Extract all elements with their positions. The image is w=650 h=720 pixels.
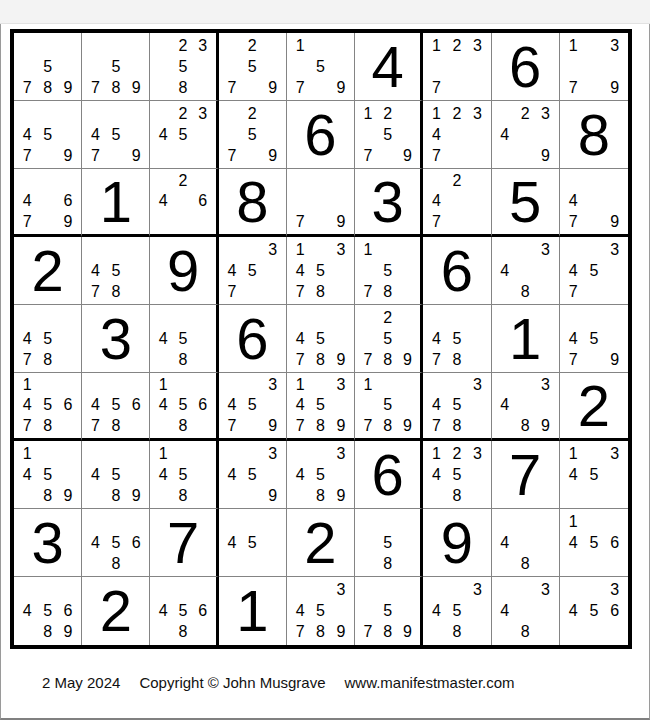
cell-r7c6[interactable]: 6 <box>355 441 423 509</box>
candidate-slot <box>584 579 605 600</box>
candidate-slot <box>58 416 78 436</box>
candidate-slot <box>535 532 555 553</box>
cell-r6c7[interactable]: 34578 <box>423 373 491 441</box>
cell-r2c2[interactable]: 4579 <box>82 101 150 169</box>
candidate-digit: 8 <box>173 416 193 436</box>
candidate-slot <box>398 260 418 281</box>
candidate-digit: 8 <box>37 77 57 98</box>
cell-r2c3[interactable]: 2345 <box>150 101 218 169</box>
candidate-slot <box>262 553 282 574</box>
candidate-digit: 7 <box>426 145 446 166</box>
candidate-digit: 4 <box>426 600 446 621</box>
candidate-slot <box>106 443 126 464</box>
candidate-digit: 8 <box>173 622 193 643</box>
candidate-slot <box>126 239 146 260</box>
candidate-slot <box>535 281 555 302</box>
candidate-digit: 2 <box>447 171 467 191</box>
candidate-slot <box>222 103 242 124</box>
candidate-digit: 5 <box>37 464 57 485</box>
candidate-digit: 1 <box>426 103 446 124</box>
candidate-digit: 4 <box>17 464 37 485</box>
cell-r3c6[interactable]: 3 <box>355 169 423 237</box>
candidate-digit: 9 <box>262 485 282 506</box>
solved-digit: 6 <box>287 101 354 168</box>
candidate-digit: 5 <box>106 260 126 281</box>
candidate-digit: 5 <box>37 600 57 621</box>
candidate-digit: 4 <box>222 395 242 415</box>
cell-r2c5[interactable]: 6 <box>287 101 355 169</box>
candidates-grid: 479 <box>560 169 628 234</box>
candidate-slot <box>447 212 467 232</box>
candidate-slot <box>193 56 213 77</box>
cell-r2c7[interactable]: 12347 <box>423 101 491 169</box>
candidate-digit: 5 <box>378 260 398 281</box>
candidate-slot <box>262 395 282 415</box>
candidate-slot <box>398 328 418 349</box>
candidate-slot <box>153 416 173 436</box>
candidate-slot <box>604 307 625 328</box>
candidate-slot <box>358 124 378 145</box>
cell-r9c9[interactable]: 3456 <box>560 577 628 645</box>
candidate-slot <box>604 511 625 532</box>
cell-r7c5[interactable]: 34589 <box>287 441 355 509</box>
candidate-slot <box>358 600 378 621</box>
cell-r5c9[interactable]: 4579 <box>560 305 628 373</box>
candidate-digit: 3 <box>331 579 351 600</box>
candidate-digit: 9 <box>331 349 351 370</box>
candidate-slot <box>222 35 242 56</box>
candidates-grid: 2349 <box>492 101 559 168</box>
candidate-slot <box>495 579 515 600</box>
cell-r4c6[interactable]: 1578 <box>355 237 423 305</box>
candidate-digit: 5 <box>584 260 605 281</box>
candidate-slot <box>467 416 487 436</box>
cell-r6c8[interactable]: 3489 <box>492 373 560 441</box>
candidate-slot <box>290 191 310 211</box>
candidate-digit: 7 <box>85 416 105 436</box>
candidate-digit: 4 <box>17 191 37 211</box>
candidate-slot <box>467 600 487 621</box>
candidate-digit: 9 <box>58 622 78 643</box>
candidates-grid: 4578 <box>14 305 81 372</box>
candidate-slot <box>447 191 467 211</box>
cell-r1c2[interactable]: 5789 <box>82 33 150 101</box>
cell-r6c5[interactable]: 1345789 <box>287 373 355 441</box>
cell-r3c8[interactable]: 5 <box>492 169 560 237</box>
candidates-grid: 34589 <box>287 441 354 508</box>
candidate-slot <box>495 239 515 260</box>
cell-r5c5[interactable]: 45789 <box>287 305 355 373</box>
candidate-digit: 7 <box>426 212 446 232</box>
solved-digit: 1 <box>492 305 559 372</box>
candidate-digit: 3 <box>467 443 487 464</box>
solved-digit: 4 <box>355 33 420 100</box>
candidate-slot <box>310 191 330 211</box>
cell-r6c1[interactable]: 145678 <box>14 373 82 441</box>
cell-r8c8[interactable]: 48 <box>492 509 560 577</box>
candidate-slot <box>467 171 487 191</box>
cell-r9c3[interactable]: 4568 <box>150 577 218 645</box>
candidates-grid: 4578 <box>82 237 149 304</box>
candidate-slot <box>331 328 351 349</box>
candidate-slot <box>58 464 78 485</box>
candidate-digit: 5 <box>37 56 57 77</box>
candidate-slot <box>378 145 398 166</box>
candidate-digit: 3 <box>193 103 213 124</box>
candidate-digit: 6 <box>58 191 78 211</box>
candidate-slot <box>467 145 487 166</box>
candidate-digit: 9 <box>604 77 625 98</box>
cell-r9c6[interactable]: 5789 <box>355 577 423 645</box>
candidate-slot <box>426 56 446 77</box>
candidates-grid: 2345 <box>150 101 215 168</box>
cell-r8c3[interactable]: 7 <box>150 509 218 577</box>
candidate-slot <box>85 443 105 464</box>
cell-r1c1[interactable]: 5789 <box>14 33 82 101</box>
candidate-slot <box>467 395 487 415</box>
candidate-digit: 4 <box>17 124 37 145</box>
candidate-digit: 8 <box>515 281 535 302</box>
candidate-digit: 1 <box>290 375 310 395</box>
candidate-slot <box>58 35 78 56</box>
solved-digit: 3 <box>14 509 81 576</box>
candidates-grid: 4568 <box>150 577 215 645</box>
candidate-slot <box>153 171 173 191</box>
candidate-digit: 1 <box>17 443 37 464</box>
cell-r1c7[interactable]: 1237 <box>423 33 491 101</box>
candidate-digit: 5 <box>378 328 398 349</box>
cell-r7c7[interactable]: 123458 <box>423 441 491 509</box>
candidate-slot <box>126 260 146 281</box>
candidate-slot <box>584 511 605 532</box>
candidate-slot <box>515 600 535 621</box>
candidate-slot <box>398 600 418 621</box>
candidate-slot <box>563 579 584 600</box>
candidate-slot <box>58 375 78 395</box>
candidate-digit: 7 <box>358 145 378 166</box>
cell-r4c9[interactable]: 3457 <box>560 237 628 305</box>
cell-r3c7[interactable]: 247 <box>423 169 491 237</box>
cell-r7c4[interactable]: 3459 <box>219 441 287 509</box>
candidate-digit: 6 <box>193 600 213 621</box>
candidate-slot <box>535 395 555 415</box>
candidate-slot <box>358 553 378 574</box>
solved-digit: 5 <box>492 169 559 234</box>
candidate-slot <box>106 511 126 532</box>
candidate-digit: 9 <box>58 77 78 98</box>
cell-r1c8[interactable]: 6 <box>492 33 560 101</box>
cell-r9c2[interactable]: 2 <box>82 577 150 645</box>
candidate-digit: 4 <box>17 395 37 415</box>
candidate-slot <box>222 511 242 532</box>
cell-r2c4[interactable]: 2579 <box>219 101 287 169</box>
candidate-slot <box>153 485 173 506</box>
candidate-digit: 5 <box>37 395 57 415</box>
candidate-digit: 9 <box>262 145 282 166</box>
candidate-slot <box>242 281 262 302</box>
candidate-digit: 8 <box>106 485 126 506</box>
cell-r8c7[interactable]: 9 <box>423 509 491 577</box>
candidates-grid: 4589 <box>82 441 149 508</box>
candidate-slot <box>242 145 262 166</box>
candidate-slot <box>331 171 351 191</box>
cell-r7c9[interactable]: 1345 <box>560 441 628 509</box>
candidate-digit: 9 <box>398 416 418 436</box>
candidate-digit: 2 <box>447 443 467 464</box>
top-margin-band <box>0 0 650 24</box>
candidate-digit: 5 <box>378 600 398 621</box>
cell-r5c4[interactable]: 6 <box>219 305 287 373</box>
candidate-digit: 4 <box>563 464 584 485</box>
candidate-slot <box>467 349 487 370</box>
candidate-digit: 8 <box>515 553 535 574</box>
candidate-slot <box>398 532 418 553</box>
candidate-slot <box>17 622 37 643</box>
candidate-digit: 2 <box>242 35 262 56</box>
candidate-slot <box>222 56 242 77</box>
cell-r3c4[interactable]: 8 <box>219 169 287 237</box>
cell-r7c1[interactable]: 14589 <box>14 441 82 509</box>
cell-r4c7[interactable]: 6 <box>423 237 491 305</box>
cell-r5c8[interactable]: 1 <box>492 305 560 373</box>
candidate-digit: 3 <box>535 103 555 124</box>
candidate-digit: 8 <box>37 416 57 436</box>
cell-r5c1[interactable]: 4578 <box>14 305 82 373</box>
candidate-digit: 4 <box>153 124 173 145</box>
candidates-grid: 4578 <box>423 305 490 372</box>
candidate-slot <box>126 103 146 124</box>
candidate-digit: 5 <box>173 124 193 145</box>
candidate-slot <box>37 307 57 328</box>
candidate-slot <box>17 35 37 56</box>
cell-r8c1[interactable]: 3 <box>14 509 82 577</box>
candidate-digit: 4 <box>495 124 515 145</box>
candidates-grid: 58 <box>355 509 420 576</box>
candidate-digit: 2 <box>173 103 193 124</box>
candidate-slot <box>37 443 57 464</box>
cell-r7c2[interactable]: 4589 <box>82 441 150 509</box>
cell-r5c7[interactable]: 4578 <box>423 305 491 373</box>
candidate-slot <box>222 553 242 574</box>
candidate-slot <box>584 239 605 260</box>
cell-r7c3[interactable]: 1458 <box>150 441 218 509</box>
candidate-slot <box>467 485 487 506</box>
candidate-digit: 7 <box>426 349 446 370</box>
candidate-digit: 8 <box>310 281 330 302</box>
cell-r8c2[interactable]: 4568 <box>82 509 150 577</box>
candidate-digit: 9 <box>58 145 78 166</box>
solved-digit: 8 <box>219 169 286 234</box>
candidate-digit: 5 <box>106 124 126 145</box>
footer: 2 May 2024 Copyright © John Musgrave www… <box>42 674 515 691</box>
candidate-slot <box>358 395 378 415</box>
candidate-digit: 8 <box>447 349 467 370</box>
candidates-grid: 3489 <box>492 373 559 438</box>
cell-r1c9[interactable]: 1379 <box>560 33 628 101</box>
candidate-digit: 9 <box>331 485 351 506</box>
cell-r6c2[interactable]: 45678 <box>82 373 150 441</box>
candidate-slot <box>126 511 146 532</box>
candidate-digit: 7 <box>17 77 37 98</box>
candidate-slot <box>515 375 535 395</box>
candidate-slot <box>584 349 605 370</box>
candidate-digit: 3 <box>331 443 351 464</box>
cell-r9c4[interactable]: 1 <box>219 577 287 645</box>
candidate-slot <box>242 77 262 98</box>
cell-r1c6[interactable]: 4 <box>355 33 423 101</box>
candidate-digit: 7 <box>290 349 310 370</box>
candidate-slot <box>331 281 351 302</box>
candidate-slot <box>378 511 398 532</box>
cell-r5c6[interactable]: 25789 <box>355 305 423 373</box>
cell-r4c1[interactable]: 2 <box>14 237 82 305</box>
candidate-digit: 5 <box>173 464 193 485</box>
candidate-slot <box>222 124 242 145</box>
candidate-slot <box>331 395 351 415</box>
cell-r1c5[interactable]: 1579 <box>287 33 355 101</box>
candidate-slot <box>584 212 605 232</box>
candidate-slot <box>262 56 282 77</box>
candidate-slot <box>37 191 57 211</box>
cell-r2c6[interactable]: 12579 <box>355 101 423 169</box>
cell-r3c5[interactable]: 79 <box>287 169 355 237</box>
cell-r9c7[interactable]: 3458 <box>423 577 491 645</box>
solved-digit: 7 <box>150 509 215 576</box>
cell-r4c3[interactable]: 9 <box>150 237 218 305</box>
candidate-digit: 4 <box>563 328 584 349</box>
sudoku-board: 5789578923582579157941237613794579457923… <box>10 29 632 649</box>
candidate-digit: 8 <box>378 349 398 370</box>
candidate-slot <box>153 145 173 166</box>
cell-r9c1[interactable]: 45689 <box>14 577 82 645</box>
candidates-grid: 3459 <box>219 441 286 508</box>
cell-r5c3[interactable]: 458 <box>150 305 218 373</box>
candidate-digit: 1 <box>563 35 584 56</box>
candidate-digit: 4 <box>85 124 105 145</box>
candidate-slot <box>193 328 213 349</box>
candidate-slot <box>331 191 351 211</box>
candidate-digit: 9 <box>331 212 351 232</box>
cell-r4c4[interactable]: 3457 <box>219 237 287 305</box>
candidate-digit: 6 <box>126 532 146 553</box>
candidate-digit: 5 <box>106 464 126 485</box>
cell-r3c1[interactable]: 4679 <box>14 169 82 237</box>
candidate-digit: 8 <box>447 416 467 436</box>
cell-r6c9[interactable]: 2 <box>560 373 628 441</box>
solved-digit: 7 <box>492 441 559 508</box>
candidate-digit: 3 <box>262 239 282 260</box>
candidate-slot <box>398 281 418 302</box>
cell-r2c9[interactable]: 8 <box>560 101 628 169</box>
candidate-digit: 5 <box>447 395 467 415</box>
cell-r1c3[interactable]: 2358 <box>150 33 218 101</box>
cell-r3c2[interactable]: 1 <box>82 169 150 237</box>
cell-r6c3[interactable]: 14568 <box>150 373 218 441</box>
candidate-slot <box>262 532 282 553</box>
candidate-slot <box>398 375 418 395</box>
candidates-grid: 348 <box>492 237 559 304</box>
candidate-slot <box>173 579 193 600</box>
cell-r4c2[interactable]: 4578 <box>82 237 150 305</box>
candidate-digit: 1 <box>563 443 584 464</box>
cell-r8c5[interactable]: 2 <box>287 509 355 577</box>
cell-r3c9[interactable]: 479 <box>560 169 628 237</box>
candidate-digit: 3 <box>604 35 625 56</box>
candidate-slot <box>242 511 262 532</box>
candidates-grid: 247 <box>423 169 490 234</box>
candidates-grid: 79 <box>287 169 354 234</box>
candidates-grid: 2358 <box>150 33 215 100</box>
candidate-slot <box>17 103 37 124</box>
candidate-slot <box>495 511 515 532</box>
candidate-slot <box>106 145 126 166</box>
cell-r4c5[interactable]: 134578 <box>287 237 355 305</box>
candidate-digit: 3 <box>604 579 625 600</box>
candidate-slot <box>193 622 213 643</box>
solved-digit: 3 <box>82 305 149 372</box>
candidate-digit: 8 <box>310 349 330 370</box>
cell-r8c6[interactable]: 58 <box>355 509 423 577</box>
cell-r6c6[interactable]: 15789 <box>355 373 423 441</box>
cell-r6c4[interactable]: 34579 <box>219 373 287 441</box>
candidate-slot <box>604 171 625 191</box>
candidate-digit: 1 <box>358 239 378 260</box>
candidate-slot <box>515 239 535 260</box>
cell-r8c9[interactable]: 1456 <box>560 509 628 577</box>
candidate-digit: 5 <box>173 56 193 77</box>
candidate-digit: 7 <box>290 281 310 302</box>
candidate-slot <box>106 103 126 124</box>
candidate-slot <box>604 464 625 485</box>
candidate-slot <box>563 622 584 643</box>
candidate-slot <box>426 485 446 506</box>
candidate-digit: 3 <box>535 579 555 600</box>
candidate-digit: 8 <box>310 622 330 643</box>
candidate-slot <box>310 443 330 464</box>
candidate-digit: 4 <box>290 600 310 621</box>
candidate-slot <box>106 239 126 260</box>
candidate-digit: 1 <box>426 443 446 464</box>
cell-r5c2[interactable]: 3 <box>82 305 150 373</box>
cell-r2c1[interactable]: 4579 <box>14 101 82 169</box>
cell-r2c8[interactable]: 2349 <box>492 101 560 169</box>
cell-r1c4[interactable]: 2579 <box>219 33 287 101</box>
cell-r3c3[interactable]: 246 <box>150 169 218 237</box>
candidate-digit: 2 <box>515 103 535 124</box>
candidate-digit: 7 <box>17 349 37 370</box>
candidate-digit: 9 <box>126 485 146 506</box>
candidate-slot <box>398 511 418 532</box>
candidate-slot <box>242 375 262 395</box>
candidate-digit: 6 <box>193 191 213 211</box>
cell-r7c8[interactable]: 7 <box>492 441 560 509</box>
cell-r4c8[interactable]: 348 <box>492 237 560 305</box>
candidates-grid: 246 <box>150 169 215 234</box>
cell-r9c5[interactable]: 345789 <box>287 577 355 645</box>
candidate-slot <box>126 124 146 145</box>
candidate-slot <box>262 124 282 145</box>
candidate-slot <box>398 579 418 600</box>
candidate-slot <box>310 375 330 395</box>
candidate-slot <box>563 239 584 260</box>
candidate-digit: 9 <box>331 416 351 436</box>
candidate-digit: 5 <box>310 56 330 77</box>
candidate-slot <box>290 579 310 600</box>
candidate-slot <box>398 124 418 145</box>
solved-digit: 2 <box>82 577 149 645</box>
cell-r8c4[interactable]: 45 <box>219 509 287 577</box>
cell-r9c8[interactable]: 348 <box>492 577 560 645</box>
